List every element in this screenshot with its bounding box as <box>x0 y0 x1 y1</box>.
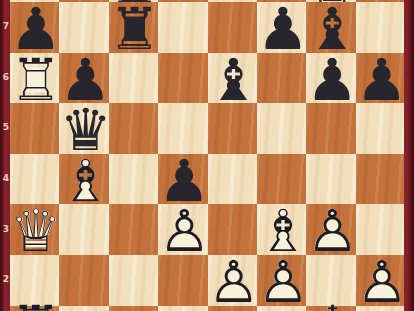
queen-outline-icon: ♕ <box>10 206 59 257</box>
square-d6[interactable] <box>158 53 207 104</box>
square-a6[interactable]: ♜♖ <box>10 53 59 104</box>
board-frame-left: 765432 <box>0 0 10 311</box>
board-frame-right <box>404 0 414 311</box>
square-c2[interactable] <box>109 255 158 306</box>
pawn-outline-icon: ♙ <box>208 257 257 308</box>
king-outline-icon: ♔ <box>306 302 355 311</box>
black-pawn-g6[interactable]: ♟ <box>306 55 355 106</box>
square-g6[interactable]: ♟ <box>306 53 355 104</box>
black-rook-c7[interactable]: ♜ <box>109 4 158 55</box>
square-d2[interactable] <box>158 255 207 306</box>
pawn-icon: ♟ <box>356 55 405 106</box>
square-h1[interactable] <box>356 306 405 311</box>
square-c7[interactable]: ♜ <box>109 2 158 53</box>
square-a3[interactable]: ♛♕ <box>10 204 59 255</box>
square-f1[interactable] <box>257 306 306 311</box>
square-f5[interactable] <box>257 103 306 154</box>
rank-label-2: 2 <box>2 274 10 284</box>
square-f7[interactable]: ♟ <box>257 2 306 53</box>
rank-label-6: 6 <box>2 72 10 82</box>
bishop-icon: ♝ <box>208 55 257 106</box>
white-pawn-g3[interactable]: ♟♙ <box>306 206 355 257</box>
pawn-icon: ♟ <box>306 55 355 106</box>
square-e1[interactable] <box>208 306 257 311</box>
square-e6[interactable]: ♝ <box>208 53 257 104</box>
white-rook-a6[interactable]: ♜♖ <box>10 55 59 106</box>
rank-label-3: 3 <box>2 224 10 234</box>
chess-board: ♜♚♟♜♟♝♜♖♟♝♟♟♛♝♗♟♛♕♟♙♝♗♟♙♟♙♟♙♟♙♜♖♚♔ <box>10 0 405 311</box>
square-e5[interactable] <box>208 103 257 154</box>
rook-outline-icon: ♖ <box>10 55 59 106</box>
square-b1[interactable] <box>59 306 108 311</box>
white-king-g1[interactable]: ♚♔ <box>306 302 355 311</box>
square-d3[interactable]: ♟♙ <box>158 204 207 255</box>
square-c1[interactable] <box>109 306 158 311</box>
square-c6[interactable] <box>109 53 158 104</box>
white-pawn-h2[interactable]: ♟♙ <box>356 257 405 308</box>
square-h2[interactable]: ♟♙ <box>356 255 405 306</box>
square-a5[interactable] <box>10 103 59 154</box>
black-pawn-h6[interactable]: ♟ <box>356 55 405 106</box>
square-e2[interactable]: ♟♙ <box>208 255 257 306</box>
square-a1[interactable]: ♜♖ <box>10 306 59 311</box>
rook-outline-icon: ♖ <box>10 302 59 311</box>
bishop-outline-icon: ♗ <box>59 156 108 207</box>
square-b3[interactable] <box>59 204 108 255</box>
black-bishop-e6[interactable]: ♝ <box>208 55 257 106</box>
white-rook-a1[interactable]: ♜♖ <box>10 302 59 311</box>
rank-label-5: 5 <box>2 122 10 132</box>
square-g1[interactable]: ♚♔ <box>306 306 355 311</box>
rank-label-7: 7 <box>2 21 10 31</box>
white-pawn-e2[interactable]: ♟♙ <box>208 257 257 308</box>
square-d7[interactable] <box>158 2 207 53</box>
square-h5[interactable] <box>356 103 405 154</box>
pawn-outline-icon: ♙ <box>158 206 207 257</box>
pawn-outline-icon: ♙ <box>257 257 306 308</box>
white-queen-a3[interactable]: ♛♕ <box>10 206 59 257</box>
chess-diagram-viewport: ♜♚♟♜♟♝♜♖♟♝♟♟♛♝♗♟♛♕♟♙♝♗♟♙♟♙♟♙♟♙♜♖♚♔ 76543… <box>0 0 414 311</box>
white-pawn-d3[interactable]: ♟♙ <box>158 206 207 257</box>
square-g5[interactable] <box>306 103 355 154</box>
square-f2[interactable]: ♟♙ <box>257 255 306 306</box>
rank-label-4: 4 <box>2 173 10 183</box>
square-h4[interactable] <box>356 154 405 205</box>
square-d1[interactable] <box>158 306 207 311</box>
square-c4[interactable] <box>109 154 158 205</box>
white-pawn-f2[interactable]: ♟♙ <box>257 257 306 308</box>
pawn-outline-icon: ♙ <box>306 206 355 257</box>
pawn-icon: ♟ <box>257 4 306 55</box>
rook-icon: ♜ <box>109 4 158 55</box>
square-b4[interactable]: ♝♗ <box>59 154 108 205</box>
pawn-outline-icon: ♙ <box>356 257 405 308</box>
square-c3[interactable] <box>109 204 158 255</box>
square-g3[interactable]: ♟♙ <box>306 204 355 255</box>
square-e4[interactable] <box>208 154 257 205</box>
square-c5[interactable] <box>109 103 158 154</box>
black-pawn-f7[interactable]: ♟ <box>257 4 306 55</box>
square-h6[interactable]: ♟ <box>356 53 405 104</box>
white-bishop-b4[interactable]: ♝♗ <box>59 156 108 207</box>
square-b2[interactable] <box>59 255 108 306</box>
square-f6[interactable] <box>257 53 306 104</box>
